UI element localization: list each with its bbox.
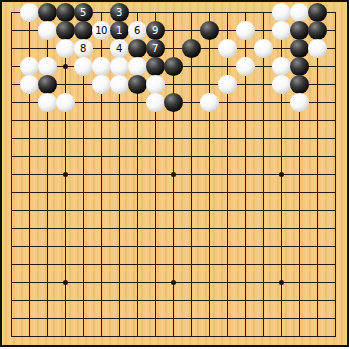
white-stone[interactable] [74,57,93,76]
black-stone[interactable]: 3 [110,3,129,22]
black-stone[interactable]: 1 [110,21,129,40]
white-stone[interactable] [200,93,219,112]
star-point [63,64,68,69]
black-stone[interactable] [56,21,75,40]
white-stone[interactable] [38,93,57,112]
move-number-label: 10 [95,21,107,40]
black-stone[interactable] [290,75,309,94]
go-diagram-screenshot: 5310169847 [0,0,349,349]
black-stone[interactable] [290,21,309,40]
star-point [171,172,176,177]
white-stone[interactable] [20,3,39,22]
white-stone[interactable] [272,3,291,22]
white-stone[interactable] [290,93,309,112]
board-frame: 5310169847 [0,0,349,347]
grid-line-v [11,12,12,337]
white-stone[interactable] [254,39,273,58]
grid-line-v [317,12,318,337]
white-stone[interactable] [146,75,165,94]
white-stone[interactable] [128,57,147,76]
black-stone[interactable] [38,75,57,94]
grid-line-v [227,12,228,337]
black-stone[interactable] [308,3,327,22]
white-stone[interactable]: 10 [92,21,111,40]
white-stone[interactable] [236,57,255,76]
black-stone[interactable] [146,57,165,76]
move-number-label: 8 [80,39,86,58]
black-stone[interactable] [38,3,57,22]
white-stone[interactable] [110,57,129,76]
white-stone[interactable] [20,75,39,94]
grid-line-v [263,12,264,337]
white-stone[interactable] [56,39,75,58]
black-stone[interactable] [308,21,327,40]
grid-line-v [209,12,210,337]
black-stone[interactable] [74,21,93,40]
grid-line-v [191,12,192,337]
move-number-label: 4 [116,39,122,58]
black-stone[interactable] [56,3,75,22]
black-stone[interactable]: 7 [146,39,165,58]
white-stone[interactable] [110,75,129,94]
star-point [279,172,284,177]
star-point [63,280,68,285]
black-stone[interactable] [182,39,201,58]
black-stone[interactable] [290,39,309,58]
white-stone[interactable] [290,3,309,22]
white-stone[interactable]: 8 [74,39,93,58]
black-stone[interactable] [128,39,147,58]
star-point [279,280,284,285]
grid-line-v [335,12,336,337]
move-number-label: 6 [134,21,140,40]
black-stone[interactable]: 9 [146,21,165,40]
white-stone[interactable] [218,75,237,94]
black-stone[interactable] [290,57,309,76]
white-stone[interactable] [92,57,111,76]
white-stone[interactable]: 6 [128,21,147,40]
white-stone[interactable] [272,21,291,40]
black-stone[interactable] [200,21,219,40]
move-number-label: 9 [152,21,158,40]
black-stone[interactable] [164,93,183,112]
black-stone[interactable] [128,75,147,94]
white-stone[interactable] [92,75,111,94]
move-number-label: 7 [152,39,158,58]
move-number-label: 3 [116,3,122,22]
black-stone[interactable] [164,57,183,76]
white-stone[interactable] [236,21,255,40]
white-stone[interactable] [272,75,291,94]
go-board[interactable]: 5310169847 [2,2,347,345]
white-stone[interactable] [20,57,39,76]
star-point [63,172,68,177]
white-stone[interactable] [38,57,57,76]
white-stone[interactable] [38,21,57,40]
white-stone[interactable] [56,93,75,112]
white-stone[interactable]: 4 [110,39,129,58]
black-stone[interactable]: 5 [74,3,93,22]
star-point [171,280,176,285]
move-number-label: 1 [116,21,122,40]
white-stone[interactable] [272,57,291,76]
white-stone[interactable] [218,39,237,58]
white-stone[interactable] [308,39,327,58]
white-stone[interactable] [146,93,165,112]
move-number-label: 5 [80,3,86,22]
